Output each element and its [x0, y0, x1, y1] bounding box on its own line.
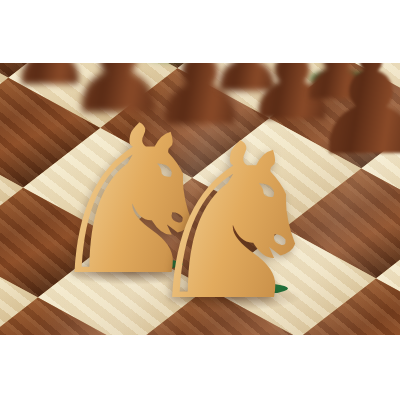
pieces-layer: ♟♟♟♟♟♟♟♞♞ — [0, 63, 400, 335]
white-knight-right: ♞ — [150, 115, 330, 330]
white-knight-glyph: ♞ — [150, 115, 330, 330]
chess-set-photo: ♟♟♟♟♟♟♟♞♞ — [0, 63, 400, 335]
